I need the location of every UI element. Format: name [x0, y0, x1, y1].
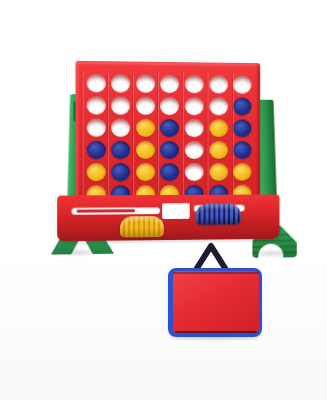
cell-r1c7: [230, 74, 254, 96]
blue-disc: [233, 119, 251, 137]
blue-disc: [161, 163, 180, 181]
bag-zipper: [173, 272, 259, 274]
tray-center-opening: [162, 203, 190, 219]
yellow-disc: [209, 163, 228, 181]
empty-hole: [185, 163, 204, 181]
empty-hole: [209, 75, 228, 93]
yellow-disc: [136, 163, 155, 181]
cell-r1c2: [109, 72, 134, 94]
empty-hole: [185, 97, 204, 115]
empty-hole: [136, 75, 155, 93]
cell-r2c5: [182, 95, 206, 117]
cell-r4c5: [182, 139, 206, 161]
empty-hole: [111, 119, 130, 137]
release-slider: [77, 209, 136, 212]
yellow-disc: [233, 163, 251, 181]
blue-disc: [233, 141, 251, 159]
cell-r1c3: [133, 73, 158, 95]
cell-r3c2: [109, 117, 134, 139]
empty-hole: [233, 76, 251, 94]
cell-r5c2: [109, 161, 134, 183]
cell-r2c3: [133, 95, 158, 117]
blue-disc: [233, 98, 251, 116]
cell-r4c3: [133, 139, 158, 161]
empty-hole: [185, 141, 204, 159]
cell-r3c4: [158, 117, 182, 139]
cell-r1c5: [182, 73, 206, 95]
cell-r2c1: [84, 94, 109, 116]
blue-disc: [111, 163, 130, 181]
cell-r1c4: [158, 73, 182, 95]
cell-r3c1: [84, 117, 109, 139]
cell-r4c2: [109, 139, 134, 161]
empty-hole: [161, 97, 180, 115]
disc-tray: [57, 194, 279, 241]
cell-r3c5: [182, 117, 206, 139]
cell-r2c2: [109, 94, 134, 116]
empty-hole: [136, 97, 155, 115]
connect-four-assembly: [39, 53, 295, 262]
cell-r4c1: [84, 139, 109, 161]
yellow-disc: [136, 119, 155, 137]
empty-hole: [111, 97, 130, 115]
yellow-disc: [209, 119, 228, 137]
yellow-disc-stack: [120, 216, 164, 237]
left-foot-shadow: [44, 248, 108, 257]
cell-r5c5: [182, 161, 206, 183]
blue-disc: [161, 141, 180, 159]
cell-r5c6: [206, 161, 230, 183]
bag-shadow: [174, 332, 258, 342]
cell-r3c7: [230, 117, 254, 139]
empty-hole: [86, 96, 105, 114]
yellow-disc: [209, 141, 228, 159]
cell-r5c1: [84, 161, 109, 183]
cell-r2c6: [206, 95, 230, 117]
empty-hole: [209, 97, 228, 115]
product-photo: [0, 0, 327, 400]
cell-r5c3: [133, 161, 158, 183]
empty-hole: [86, 74, 105, 92]
yellow-disc: [86, 163, 105, 181]
cell-r2c7: [230, 96, 254, 118]
empty-hole: [111, 74, 130, 92]
game-board: [76, 61, 261, 213]
carry-bag: [168, 242, 262, 340]
cell-r5c7: [230, 161, 254, 183]
blue-disc: [161, 119, 180, 137]
release-slot-left: [71, 207, 160, 215]
bag-body: [168, 268, 262, 337]
blue-disc: [86, 141, 105, 159]
empty-hole: [86, 119, 105, 137]
empty-hole: [185, 119, 204, 137]
cell-r1c6: [206, 73, 230, 95]
cell-r3c3: [133, 117, 158, 139]
empty-hole: [185, 75, 204, 93]
cell-r4c6: [206, 139, 230, 161]
cell-r1c1: [84, 72, 109, 94]
cell-r4c4: [158, 139, 182, 161]
empty-hole: [161, 75, 180, 93]
blue-disc: [111, 141, 130, 159]
board-grid: [84, 72, 255, 206]
blue-disc-stack: [196, 204, 241, 225]
cell-r4c7: [230, 139, 254, 161]
cell-r3c6: [206, 117, 230, 139]
yellow-disc: [136, 141, 155, 159]
cell-r5c4: [158, 161, 182, 183]
cell-r2c4: [158, 95, 182, 117]
